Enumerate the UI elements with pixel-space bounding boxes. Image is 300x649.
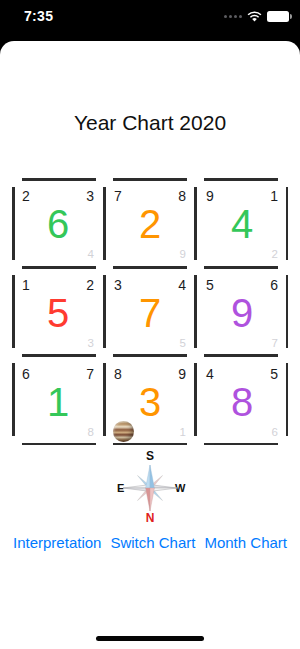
corner-number-top-left: 4 <box>206 367 214 381</box>
status-icons <box>224 10 289 23</box>
compass-north-label: N <box>146 512 155 524</box>
battery-icon <box>267 11 289 22</box>
corner-number-top-left: 1 <box>22 278 30 292</box>
compass-south-label: S <box>146 450 154 462</box>
home-indicator[interactable] <box>96 636 204 641</box>
corner-number-top-right: 4 <box>178 278 186 292</box>
base-star-number: 3 <box>88 338 94 350</box>
main-star-number: 7 <box>139 293 161 333</box>
iphone-screen: 7:35 Year Chart 2020 2 3 6 4 <box>0 0 300 649</box>
base-star-number: 7 <box>272 338 278 350</box>
corner-number-top-right: 5 <box>270 367 278 381</box>
main-star-number: 1 <box>47 382 69 422</box>
corner-number-top-right: 7 <box>86 367 94 381</box>
corner-number-top-right: 1 <box>270 189 278 203</box>
compass-rose-icon <box>121 464 179 512</box>
palace-cells: 2 3 6 4 7 8 2 9 9 1 4 2 <box>12 178 288 445</box>
status-bar: 7:35 <box>0 0 300 41</box>
corner-number-top-right: 6 <box>270 278 278 292</box>
palace-cell-ne: 9 1 4 2 <box>196 178 288 267</box>
palace-cell-nw: 2 3 6 4 <box>12 178 104 267</box>
corner-number-top-left: 5 <box>206 278 214 292</box>
corner-number-top-left: 2 <box>22 189 30 203</box>
compass: S E W N <box>90 450 210 524</box>
main-star-number: 4 <box>231 204 253 244</box>
main-star-number: 6 <box>47 204 69 244</box>
corner-number-top-left: 3 <box>114 278 122 292</box>
base-star-number: 2 <box>272 249 278 261</box>
main-star-number: 5 <box>47 293 69 333</box>
main-star-number: 2 <box>139 204 161 244</box>
corner-number-top-left: 6 <box>22 367 30 381</box>
base-star-number: 9 <box>180 249 186 261</box>
corner-number-top-left: 7 <box>114 189 122 203</box>
base-star-number: 1 <box>180 427 186 439</box>
cellular-signal-icon <box>224 15 242 18</box>
corner-number-top-right: 9 <box>178 367 186 381</box>
switch-chart-link[interactable]: Switch Chart <box>110 534 195 551</box>
corner-number-top-right: 8 <box>178 189 186 203</box>
flying-star-board: 2 3 6 4 7 8 2 9 9 1 4 2 <box>12 178 288 445</box>
status-time: 7:35 <box>24 8 53 24</box>
main-star-number: 8 <box>231 382 253 422</box>
month-chart-link[interactable]: Month Chart <box>204 534 287 551</box>
page-title: Year Chart 2020 <box>0 111 300 135</box>
palace-cell-se: 4 5 8 6 <box>196 356 288 445</box>
interpretation-link[interactable]: Interpretation <box>13 534 101 551</box>
corner-number-top-right: 3 <box>86 189 94 203</box>
wifi-icon <box>247 11 262 22</box>
base-star-number: 6 <box>272 427 278 439</box>
corner-number-top-right: 2 <box>86 278 94 292</box>
main-star-number: 9 <box>231 293 253 333</box>
corner-number-top-left: 8 <box>114 367 122 381</box>
app-card: Year Chart 2020 2 3 6 4 7 8 2 9 9 1 <box>0 41 300 649</box>
palace-cell-w: 1 2 5 3 <box>12 267 104 356</box>
jupiter-planet-icon <box>113 421 134 442</box>
base-star-number: 4 <box>88 249 94 261</box>
corner-number-top-left: 9 <box>206 189 214 203</box>
palace-cell-n: 7 8 2 9 <box>104 178 196 267</box>
palace-cell-center: 3 4 7 5 <box>104 267 196 356</box>
base-star-number: 5 <box>180 338 186 350</box>
base-star-number: 8 <box>88 427 94 439</box>
main-star-number: 3 <box>139 382 161 422</box>
palace-cell-sw: 6 7 1 8 <box>12 356 104 445</box>
footer-links: Interpretation Switch Chart Month Chart <box>0 534 300 551</box>
palace-cell-s: 8 9 3 1 <box>104 356 196 445</box>
palace-cell-e: 5 6 9 7 <box>196 267 288 356</box>
